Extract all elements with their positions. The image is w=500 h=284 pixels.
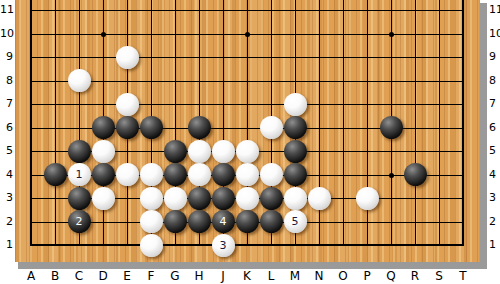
black-stone-g2[interactable] — [164, 210, 187, 233]
white-stone-k3[interactable] — [236, 187, 259, 210]
white-stone-f4[interactable] — [140, 163, 163, 186]
column-label-g: G — [163, 269, 187, 284]
row-label-left-9: 9 — [0, 50, 13, 64]
column-label-b: B — [43, 269, 67, 284]
row-label-left-7: 7 — [0, 97, 13, 111]
row-label-right-9: 9 — [489, 50, 500, 64]
white-stone-k5[interactable] — [236, 140, 259, 163]
row-label-left-2: 2 — [0, 215, 13, 229]
white-stone-d3[interactable] — [92, 187, 115, 210]
move-number-label: 4 — [220, 216, 227, 227]
white-stone-e7[interactable] — [116, 93, 139, 116]
row-label-left-1: 1 — [0, 238, 13, 252]
black-stone-h6[interactable] — [188, 116, 211, 139]
column-label-q: Q — [379, 269, 403, 284]
black-stone-j4[interactable] — [212, 163, 235, 186]
row-label-right-4: 4 — [489, 168, 500, 182]
black-stone-b4[interactable] — [44, 163, 67, 186]
column-label-t: T — [451, 269, 475, 284]
move-number-label: 2 — [76, 216, 83, 227]
row-label-left-11: 11 — [0, 3, 13, 17]
white-stone-k4[interactable] — [236, 163, 259, 186]
row-label-right-5: 5 — [489, 144, 500, 158]
white-stone-e9[interactable] — [116, 46, 139, 69]
black-stone-k2[interactable] — [236, 210, 259, 233]
column-label-k: K — [235, 269, 259, 284]
white-stone-d5[interactable] — [92, 140, 115, 163]
board-shadow-right — [480, 3, 487, 269]
white-stone-c4[interactable]: 1 — [68, 163, 91, 186]
column-label-o: O — [331, 269, 355, 284]
black-stone-j2[interactable]: 4 — [212, 210, 235, 233]
row-label-left-6: 6 — [0, 121, 13, 135]
row-label-right-2: 2 — [489, 215, 500, 229]
column-label-p: P — [355, 269, 379, 284]
move-number-label: 5 — [292, 216, 299, 227]
row-label-right-7: 7 — [489, 97, 500, 111]
row-label-right-10: 10 — [489, 27, 500, 41]
white-stone-h5[interactable] — [188, 140, 211, 163]
white-stone-f2[interactable] — [140, 210, 163, 233]
black-stone-m5[interactable] — [284, 140, 307, 163]
black-stone-c5[interactable] — [68, 140, 91, 163]
column-label-r: R — [403, 269, 427, 284]
row-label-right-6: 6 — [489, 121, 500, 135]
black-stone-g4[interactable] — [164, 163, 187, 186]
white-stone-c8[interactable] — [68, 69, 91, 92]
row-label-right-11: 11 — [489, 3, 500, 17]
white-stone-m7[interactable] — [284, 93, 307, 116]
column-label-h: H — [187, 269, 211, 284]
black-stone-d4[interactable] — [92, 163, 115, 186]
column-label-l: L — [259, 269, 283, 284]
row-label-right-8: 8 — [489, 74, 500, 88]
black-stone-h2[interactable] — [188, 210, 211, 233]
black-stone-d6[interactable] — [92, 116, 115, 139]
board-intersection-grid[interactable]: 12453 — [19, 0, 475, 257]
go-board[interactable]: 12453 — [15, 0, 480, 262]
white-stone-l6[interactable] — [260, 116, 283, 139]
white-stone-p3[interactable] — [356, 187, 379, 210]
black-stone-m4[interactable] — [284, 163, 307, 186]
white-stone-m3[interactable] — [284, 187, 307, 210]
white-stone-n3[interactable] — [308, 187, 331, 210]
row-label-left-4: 4 — [0, 168, 13, 182]
black-stone-l3[interactable] — [260, 187, 283, 210]
black-stone-e6[interactable] — [116, 116, 139, 139]
black-stone-c3[interactable] — [68, 187, 91, 210]
column-label-s: S — [427, 269, 451, 284]
black-stone-l2[interactable] — [260, 210, 283, 233]
column-label-c: C — [67, 269, 91, 284]
white-stone-f1[interactable] — [140, 234, 163, 257]
column-label-e: E — [115, 269, 139, 284]
move-number-label: 1 — [76, 169, 83, 180]
black-stone-m6[interactable] — [284, 116, 307, 139]
move-number-label: 3 — [220, 240, 227, 251]
row-label-left-3: 3 — [0, 191, 13, 205]
white-stone-l4[interactable] — [260, 163, 283, 186]
white-stone-m2[interactable]: 5 — [284, 210, 307, 233]
black-stone-j3[interactable] — [212, 187, 235, 210]
column-label-f: F — [139, 269, 163, 284]
black-stone-f6[interactable] — [140, 116, 163, 139]
black-stone-q6[interactable] — [380, 116, 403, 139]
column-label-m: M — [283, 269, 307, 284]
column-label-d: D — [91, 269, 115, 284]
column-label-j: J — [211, 269, 235, 284]
white-stone-j5[interactable] — [212, 140, 235, 163]
white-stone-f3[interactable] — [140, 187, 163, 210]
column-label-n: N — [307, 269, 331, 284]
row-label-right-1: 1 — [489, 238, 500, 252]
row-label-left-10: 10 — [0, 27, 13, 41]
white-stone-h4[interactable] — [188, 163, 211, 186]
go-board-viewer: 12453 1110987654321 1110987654321 ABCDEF… — [0, 0, 500, 284]
column-label-a: A — [19, 269, 43, 284]
row-label-left-8: 8 — [0, 74, 13, 88]
white-stone-j1[interactable]: 3 — [212, 234, 235, 257]
row-label-right-3: 3 — [489, 191, 500, 205]
black-stone-h3[interactable] — [188, 187, 211, 210]
black-stone-c2[interactable]: 2 — [68, 210, 91, 233]
white-stone-e4[interactable] — [116, 163, 139, 186]
white-stone-g3[interactable] — [164, 187, 187, 210]
row-label-left-5: 5 — [0, 144, 13, 158]
black-stone-r4[interactable] — [404, 163, 427, 186]
board-shadow-bottom — [18, 262, 487, 269]
black-stone-g5[interactable] — [164, 140, 187, 163]
